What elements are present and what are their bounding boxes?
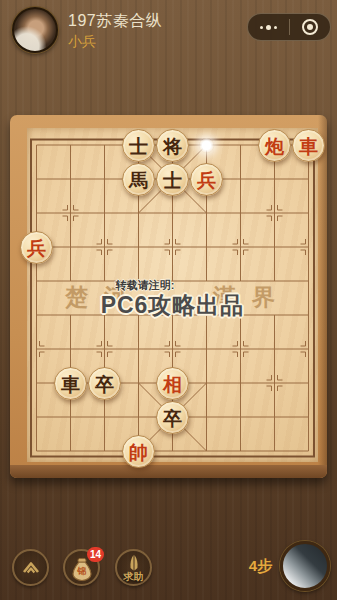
close-button[interactable]	[290, 14, 331, 40]
piece-red-pawn-1[interactable]: 兵	[190, 163, 223, 196]
step-counter: 4步	[249, 557, 272, 576]
bottom-bar: 锦 14 求助 4步	[0, 538, 337, 600]
watermark-note: 转载请注明:	[116, 279, 175, 291]
more-icon	[260, 25, 277, 30]
level-title: 197苏秦合纵	[68, 11, 162, 32]
piece-black-advisor-2[interactable]: 士	[156, 163, 189, 196]
more-button[interactable]	[248, 14, 289, 40]
player-rank: 小兵	[68, 33, 96, 51]
opponent-avatar[interactable]	[280, 541, 330, 591]
watermark-brand: PC6攻略出品	[65, 293, 280, 318]
piece-black-general[interactable]: 将	[156, 129, 189, 162]
piece-black-pawn-1[interactable]: 卒	[88, 367, 121, 400]
brocade-bag-button[interactable]: 锦 14	[63, 549, 100, 586]
piece-red-pawn-2[interactable]: 兵	[20, 231, 53, 264]
wechat-capsule	[247, 13, 331, 41]
piece-red-general[interactable]: 帥	[122, 435, 155, 468]
piece-red-elephant[interactable]: 相	[156, 367, 189, 400]
piece-black-advisor-1[interactable]: 士	[122, 129, 155, 162]
last-move-highlight	[199, 138, 214, 153]
xiangqi-board: 楚河 漢界 转载请注明: PC6攻略出品 士将炮車馬士兵兵車卒相卒帥	[10, 115, 327, 478]
app-screen: 197苏秦合纵 小兵 楚河 漢界 转载请注明: PC6攻略出品 士将炮車馬士兵兵…	[0, 0, 337, 600]
top-bar: 197苏秦合纵 小兵	[0, 0, 337, 62]
player-avatar[interactable]	[12, 7, 58, 53]
chevron-up-icon	[19, 556, 43, 580]
help-label: 求助	[117, 570, 150, 584]
piece-red-cannon[interactable]: 炮	[258, 129, 291, 162]
bag-count-badge: 14	[87, 547, 104, 562]
piece-black-chariot[interactable]: 車	[54, 367, 87, 400]
svg-text:锦: 锦	[76, 566, 86, 576]
watermark: 转载请注明: PC6攻略出品	[65, 275, 280, 318]
piece-black-horse[interactable]: 馬	[122, 163, 155, 196]
piece-red-chariot[interactable]: 車	[292, 129, 325, 162]
collapse-menu-button[interactable]	[12, 549, 49, 586]
ask-help-button[interactable]: 求助	[115, 549, 152, 586]
piece-black-pawn-2[interactable]: 卒	[156, 401, 189, 434]
close-circle-icon	[302, 19, 318, 35]
